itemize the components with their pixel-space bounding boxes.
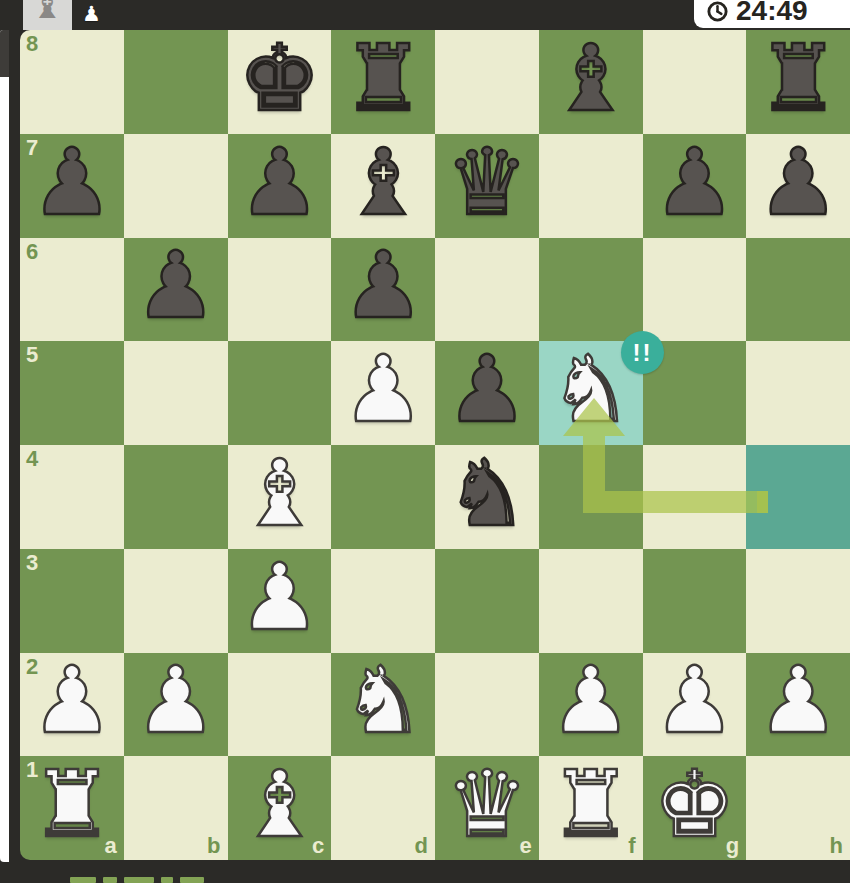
square-f8[interactable]: ♝ — [539, 30, 643, 134]
square-h1[interactable]: h — [746, 756, 850, 860]
black-pawn-a7[interactable]: ♟ — [20, 131, 124, 235]
square-e4[interactable]: ♞ — [435, 445, 539, 549]
clock-time: 24:49 — [736, 0, 808, 25]
square-f2[interactable]: ♟ — [539, 653, 643, 757]
black-knight-e4[interactable]: ♞ — [435, 442, 539, 546]
rank-label-5: 5 — [26, 344, 38, 366]
square-c6[interactable] — [228, 238, 332, 342]
file-label-d: d — [415, 835, 428, 857]
square-d8[interactable]: ♜ — [331, 30, 435, 134]
square-h7[interactable]: ♟ — [746, 134, 850, 238]
square-a3[interactable]: 3 — [20, 549, 124, 653]
white-pawn-c3[interactable]: ♟ — [228, 546, 332, 650]
black-pawn-c7[interactable]: ♟ — [228, 131, 332, 235]
square-g1[interactable]: g♚ — [643, 756, 747, 860]
square-a6[interactable]: 6 — [20, 238, 124, 342]
white-pawn-b2[interactable]: ♟ — [124, 650, 228, 754]
white-bishop-c4[interactable]: ♝ — [228, 442, 332, 546]
square-d6[interactable]: ♟ — [331, 238, 435, 342]
clock-icon — [706, 0, 729, 25]
square-h3[interactable] — [746, 549, 850, 653]
square-c2[interactable] — [228, 653, 332, 757]
square-b1[interactable]: b — [124, 756, 228, 860]
square-b6[interactable]: ♟ — [124, 238, 228, 342]
square-f4[interactable] — [539, 445, 643, 549]
square-a1[interactable]: 1a♜ — [20, 756, 124, 860]
square-d7[interactable]: ♝ — [331, 134, 435, 238]
square-e3[interactable] — [435, 549, 539, 653]
file-label-b: b — [207, 835, 220, 857]
square-a4[interactable]: 4 — [20, 445, 124, 549]
square-h4[interactable] — [746, 445, 850, 549]
white-queen-e1[interactable]: ♛ — [435, 753, 539, 857]
square-e8[interactable] — [435, 30, 539, 134]
black-pawn-h7[interactable]: ♟ — [746, 131, 850, 235]
captured-white-pawn-icon: ♟ — [82, 0, 101, 28]
square-h2[interactable]: ♟ — [746, 653, 850, 757]
avatar-piece-icon: ♝ — [31, 0, 63, 24]
square-g8[interactable] — [643, 30, 747, 134]
square-e7[interactable]: ♛ — [435, 134, 539, 238]
square-f6[interactable] — [539, 238, 643, 342]
brilliant-move-badge: !! — [621, 331, 664, 374]
black-pawn-d6[interactable]: ♟ — [331, 235, 435, 339]
white-pawn-h2[interactable]: ♟ — [746, 650, 850, 754]
black-rook-h8[interactable]: ♜ — [746, 30, 850, 131]
square-c1[interactable]: c♝ — [228, 756, 332, 860]
player-avatar[interactable]: ♝ — [23, 0, 72, 30]
black-pawn-e5[interactable]: ♟ — [435, 338, 539, 442]
white-rook-f1[interactable]: ♜ — [539, 753, 643, 857]
evaluation-bar-black-segment — [0, 30, 9, 77]
rank-label-4: 4 — [26, 448, 38, 470]
square-b7[interactable] — [124, 134, 228, 238]
clipped-bottom-row — [70, 877, 204, 883]
square-d1[interactable]: d — [331, 756, 435, 860]
square-c7[interactable]: ♟ — [228, 134, 332, 238]
square-f7[interactable] — [539, 134, 643, 238]
rank-label-3: 3 — [26, 552, 38, 574]
black-pawn-b6[interactable]: ♟ — [124, 235, 228, 339]
square-f3[interactable] — [539, 549, 643, 653]
square-a8[interactable]: 8 — [20, 30, 124, 134]
black-rook-d8[interactable]: ♜ — [331, 30, 435, 131]
square-e1[interactable]: e♛ — [435, 756, 539, 860]
black-bishop-d7[interactable]: ♝ — [331, 131, 435, 235]
square-g2[interactable]: ♟ — [643, 653, 747, 757]
square-b5[interactable] — [124, 341, 228, 445]
black-pawn-g7[interactable]: ♟ — [643, 131, 747, 235]
white-bishop-c1[interactable]: ♝ — [228, 753, 332, 857]
rank-label-6: 6 — [26, 241, 38, 263]
square-b2[interactable]: ♟ — [124, 653, 228, 757]
chess-board: 8♚♜♝♜7♟♟♝♛♟♟6♟♟5♟♟♞4♝♞3♟2♟♟♞♟♟♟1a♜bc♝de♛… — [20, 30, 850, 860]
square-g6[interactable] — [643, 238, 747, 342]
square-c4[interactable]: ♝ — [228, 445, 332, 549]
square-g7[interactable]: ♟ — [643, 134, 747, 238]
white-pawn-g2[interactable]: ♟ — [643, 650, 747, 754]
square-e5[interactable]: ♟ — [435, 341, 539, 445]
black-queen-e7[interactable]: ♛ — [435, 131, 539, 235]
square-b3[interactable] — [124, 549, 228, 653]
square-c3[interactable]: ♟ — [228, 549, 332, 653]
square-g3[interactable] — [643, 549, 747, 653]
square-e6[interactable] — [435, 238, 539, 342]
white-pawn-d5[interactable]: ♟ — [331, 338, 435, 442]
square-f1[interactable]: f♜ — [539, 756, 643, 860]
square-a7[interactable]: 7♟ — [20, 134, 124, 238]
square-d5[interactable]: ♟ — [331, 341, 435, 445]
square-h6[interactable] — [746, 238, 850, 342]
square-b4[interactable] — [124, 445, 228, 549]
player-clock: 24:49 — [694, 0, 850, 28]
black-king-c8[interactable]: ♚ — [228, 30, 332, 131]
white-pawn-a2[interactable]: ♟ — [20, 650, 124, 754]
white-king-g1[interactable]: ♚ — [643, 753, 747, 857]
square-c5[interactable] — [228, 341, 332, 445]
white-knight-d2[interactable]: ♞ — [331, 650, 435, 754]
square-h8[interactable]: ♜ — [746, 30, 850, 134]
square-e2[interactable] — [435, 653, 539, 757]
white-rook-a1[interactable]: ♜ — [20, 753, 124, 857]
rank-label-8: 8 — [26, 33, 38, 55]
square-b8[interactable] — [124, 30, 228, 134]
file-label-h: h — [830, 835, 843, 857]
evaluation-bar — [0, 30, 9, 862]
square-g4[interactable] — [643, 445, 747, 549]
square-d3[interactable] — [331, 549, 435, 653]
square-h5[interactable] — [746, 341, 850, 445]
square-d4[interactable] — [331, 445, 435, 549]
white-pawn-f2[interactable]: ♟ — [539, 650, 643, 754]
square-c8[interactable]: ♚ — [228, 30, 332, 134]
square-a2[interactable]: 2♟ — [20, 653, 124, 757]
black-bishop-f8[interactable]: ♝ — [539, 30, 643, 131]
square-d2[interactable]: ♞ — [331, 653, 435, 757]
square-a5[interactable]: 5 — [20, 341, 124, 445]
